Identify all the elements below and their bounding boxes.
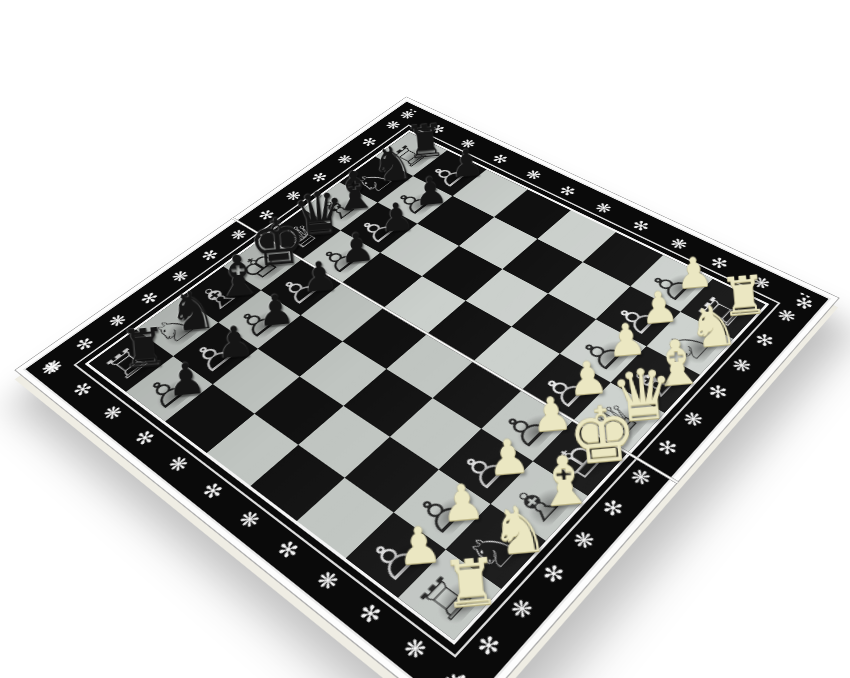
white-rook[interactable]: ♜: [431, 548, 511, 619]
photo-background: ❋ ✻ ❋ ✻ ❋ ✻ ❋ ✻ ❋ ✻ ❋ ✻ ❋ ✻ ❋ ✻ ❋ ✻ ❋ ✻ …: [0, 0, 850, 678]
board-frame: ❋ ✻ ❋ ✻ ❋ ✻ ❋ ✻ ❋ ✻ ❋ ✻ ❋ ✻ ❋ ✻ ❋ ✻ ❋ ✻ …: [16, 97, 839, 678]
chess-board: ❋ ✻ ❋ ✻ ❋ ✻ ❋ ✻ ❋ ✻ ❋ ✻ ❋ ✻ ❋ ✻ ❋ ✻ ❋ ✻ …: [16, 97, 839, 678]
black-pawn[interactable]: ♟: [153, 355, 219, 404]
board-grid: ♖♜♘♞♗♝♔♚♕♛♗♝♘♞♖♜♙♟♙♟♙♟♙♟♙♟♙♟♙♟♙♟♙♟♙♟♙♟♙♟…: [85, 130, 770, 645]
